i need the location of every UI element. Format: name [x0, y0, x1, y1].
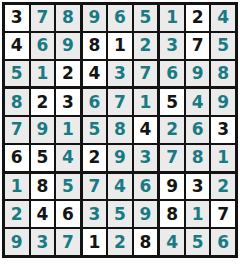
sudoku-cell: 9: [5, 229, 29, 255]
sudoku-cell: 2: [56, 61, 80, 87]
sudoku-cell: 9: [56, 33, 80, 59]
sudoku-box: 932817456: [160, 174, 235, 255]
sudoku-cell: 9: [160, 174, 184, 200]
sudoku-cell: 4: [5, 33, 29, 59]
sudoku-cell: 5: [211, 33, 235, 59]
sudoku-cell: 9: [134, 201, 158, 227]
sudoku-cell: 2: [134, 33, 158, 59]
sudoku-board: 3784695129658124371243756988237916546715…: [2, 2, 238, 258]
sudoku-cell: 4: [83, 61, 107, 87]
sudoku-cell: 4: [56, 145, 80, 171]
sudoku-cell: 9: [31, 117, 55, 143]
sudoku-cell: 7: [160, 145, 184, 171]
sudoku-cell: 3: [211, 117, 235, 143]
sudoku-cell: 6: [56, 201, 80, 227]
sudoku-cell: 7: [83, 174, 107, 200]
sudoku-cell: 1: [160, 5, 184, 31]
sudoku-cell: 6: [211, 229, 235, 255]
sudoku-box: 185246937: [5, 174, 80, 255]
sudoku-cell: 5: [186, 229, 210, 255]
sudoku-cell: 3: [186, 174, 210, 200]
sudoku-cell: 8: [31, 174, 55, 200]
sudoku-cell: 6: [108, 5, 132, 31]
sudoku-cell: 1: [83, 229, 107, 255]
sudoku-cell: 5: [5, 61, 29, 87]
sudoku-cell: 1: [5, 174, 29, 200]
sudoku-cell: 2: [31, 89, 55, 115]
sudoku-cell: 7: [31, 5, 55, 31]
sudoku-cell: 6: [160, 61, 184, 87]
sudoku-cell: 2: [160, 117, 184, 143]
sudoku-cell: 6: [83, 89, 107, 115]
sudoku-box: 965812437: [83, 5, 158, 86]
sudoku-cell: 8: [83, 33, 107, 59]
sudoku-cell: 8: [5, 89, 29, 115]
sudoku-cell: 5: [83, 117, 107, 143]
sudoku-cell: 6: [134, 174, 158, 200]
sudoku-cell: 3: [5, 5, 29, 31]
sudoku-cell: 6: [5, 145, 29, 171]
sudoku-cell: 1: [56, 117, 80, 143]
sudoku-cell: 9: [83, 5, 107, 31]
sudoku-cell: 4: [31, 201, 55, 227]
sudoku-cell: 1: [186, 201, 210, 227]
sudoku-cell: 6: [31, 33, 55, 59]
sudoku-cell: 3: [31, 229, 55, 255]
sudoku-cell: 2: [186, 5, 210, 31]
sudoku-cell: 2: [108, 229, 132, 255]
sudoku-box: 124375698: [160, 5, 235, 86]
sudoku-cell: 2: [211, 174, 235, 200]
sudoku-cell: 4: [108, 174, 132, 200]
sudoku-cell: 4: [186, 89, 210, 115]
sudoku-cell: 3: [134, 145, 158, 171]
sudoku-cell: 5: [31, 145, 55, 171]
sudoku-cell: 8: [186, 145, 210, 171]
sudoku-cell: 7: [108, 89, 132, 115]
sudoku-cell: 7: [211, 201, 235, 227]
sudoku-cell: 7: [56, 229, 80, 255]
sudoku-cell: 8: [134, 229, 158, 255]
sudoku-cell: 6: [186, 117, 210, 143]
sudoku-cell: 1: [211, 145, 235, 171]
sudoku-cell: 7: [134, 61, 158, 87]
sudoku-cell: 2: [5, 201, 29, 227]
sudoku-cell: 3: [56, 89, 80, 115]
page: 3784695129658124371243756988237916546715…: [0, 0, 240, 265]
sudoku-cell: 8: [56, 5, 80, 31]
sudoku-box: 671584293: [83, 89, 158, 170]
sudoku-cell: 1: [134, 89, 158, 115]
sudoku-cell: 7: [5, 117, 29, 143]
sudoku-cell: 5: [134, 5, 158, 31]
sudoku-cell: 1: [108, 33, 132, 59]
sudoku-cell: 4: [160, 229, 184, 255]
sudoku-box: 378469512: [5, 5, 80, 86]
sudoku-cell: 4: [211, 5, 235, 31]
sudoku-box: 746359128: [83, 174, 158, 255]
sudoku-cell: 4: [134, 117, 158, 143]
sudoku-cell: 8: [160, 201, 184, 227]
sudoku-cell: 8: [108, 117, 132, 143]
sudoku-cell: 3: [160, 33, 184, 59]
sudoku-cell: 9: [211, 89, 235, 115]
sudoku-cell: 9: [108, 145, 132, 171]
sudoku-cell: 3: [83, 201, 107, 227]
sudoku-cell: 5: [56, 174, 80, 200]
sudoku-box: 549263781: [160, 89, 235, 170]
sudoku-cell: 5: [160, 89, 184, 115]
sudoku-cell: 1: [31, 61, 55, 87]
sudoku-cell: 3: [108, 61, 132, 87]
sudoku-cell: 5: [108, 201, 132, 227]
sudoku-cell: 2: [83, 145, 107, 171]
sudoku-cell: 9: [186, 61, 210, 87]
sudoku-cell: 7: [186, 33, 210, 59]
sudoku-box: 823791654: [5, 89, 80, 170]
sudoku-cell: 8: [211, 61, 235, 87]
